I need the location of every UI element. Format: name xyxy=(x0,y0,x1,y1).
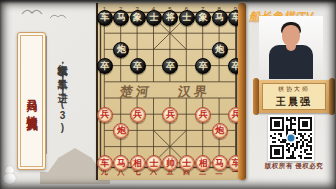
red-piece: 炮 xyxy=(113,123,129,139)
qr-pattern xyxy=(270,117,312,159)
black-piece: 士 xyxy=(179,10,195,26)
river-label-right: 汉界 xyxy=(177,83,211,101)
nameplate-inner: 棋协大师 王晨强 xyxy=(262,83,326,110)
river-label-left: 楚河 xyxy=(119,83,153,101)
black-piece: 卒 xyxy=(97,58,113,74)
lesson-banner: 起马局-转中炮对屏风马 xyxy=(17,32,46,170)
qr-code xyxy=(268,115,314,161)
black-piece: 马 xyxy=(113,10,129,26)
black-piece: 车 xyxy=(97,10,113,26)
red-piece: 相 xyxy=(130,155,146,171)
red-piece: 兵 xyxy=(130,107,146,123)
board-scroll-roll xyxy=(238,3,246,180)
video-frame: 起马局-转中炮对屏风马 红左横车，黑车1进1(3) 123456789 九八七六… xyxy=(0,0,336,189)
presenter-photo xyxy=(259,16,323,79)
move-caption-text: 红左横车，黑车1进1(3) xyxy=(55,56,69,134)
black-piece: 将 xyxy=(162,10,178,26)
red-piece: 兵 xyxy=(162,107,178,123)
copyright-text: 版权所有 侵权必究 xyxy=(252,162,336,171)
red-piece: 士 xyxy=(179,155,195,171)
presenter-face xyxy=(282,25,300,46)
red-piece: 炮 xyxy=(212,123,228,139)
black-piece: 象 xyxy=(130,10,146,26)
red-piece: 车 xyxy=(97,155,113,171)
red-piece: 兵 xyxy=(97,107,113,123)
presenter-name: 王晨强 xyxy=(276,95,312,109)
mascot-icon xyxy=(2,166,16,184)
black-piece: 士 xyxy=(146,10,162,26)
black-piece: 卒 xyxy=(130,58,146,74)
black-piece: 马 xyxy=(212,10,228,26)
red-piece: 马 xyxy=(212,155,228,171)
black-piece: 炮 xyxy=(113,42,129,58)
lesson-title: 起马局-转中炮对屏风马 xyxy=(26,90,37,113)
presenter-title: 棋协大师 xyxy=(278,85,310,94)
black-piece: 象 xyxy=(195,10,211,26)
red-piece: 兵 xyxy=(195,107,211,123)
presenter-nameplate: 棋协大师 王晨强 xyxy=(256,80,332,113)
black-piece: 炮 xyxy=(212,42,228,58)
scroll-roll-right xyxy=(329,78,335,115)
move-caption: 红左横车，黑车1进1(3) xyxy=(46,36,69,154)
scroll-roll-left xyxy=(253,78,259,115)
birds-icon xyxy=(18,4,78,22)
xiangqi-board: 123456789 九八七六五四三二一 楚河 汉界 车马象士将士象马车炮炮卒卒卒… xyxy=(96,3,238,180)
